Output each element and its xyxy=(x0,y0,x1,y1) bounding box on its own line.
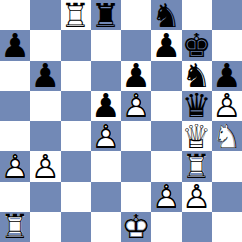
square-d3[interactable] xyxy=(91,151,121,181)
square-a3[interactable]: ♟♙ xyxy=(0,151,30,181)
chess-board: ♜♖♜♞♟♟♚♟♟♞♟♟♟♙♛♟♙♟♙♛♕♞♘♟♙♟♙♜♖♟♙♟♙♜♖♚♔ xyxy=(0,0,242,242)
square-a2[interactable] xyxy=(0,182,30,212)
white-pawn[interactable]: ♙ xyxy=(91,121,121,151)
square-c7[interactable] xyxy=(61,30,91,60)
square-g6[interactable]: ♞ xyxy=(182,61,212,91)
white-pawn[interactable]: ♙ xyxy=(212,91,242,121)
square-g1[interactable] xyxy=(182,212,212,242)
white-rook[interactable]: ♖ xyxy=(61,0,91,30)
black-pawn[interactable]: ♟ xyxy=(121,61,151,91)
square-g7[interactable]: ♚ xyxy=(182,30,212,60)
square-a8[interactable] xyxy=(0,0,30,30)
white-queen[interactable]: ♕ xyxy=(182,121,212,151)
square-f4[interactable] xyxy=(151,121,181,151)
white-knight-fill: ♞ xyxy=(212,121,242,151)
square-d4[interactable]: ♟♙ xyxy=(91,121,121,151)
square-h2[interactable] xyxy=(212,182,242,212)
square-b8[interactable] xyxy=(30,0,60,30)
square-c2[interactable] xyxy=(61,182,91,212)
square-d6[interactable] xyxy=(91,61,121,91)
black-pawn[interactable]: ♟ xyxy=(91,91,121,121)
black-queen[interactable]: ♛ xyxy=(182,91,212,121)
square-a6[interactable] xyxy=(0,61,30,91)
square-c8[interactable]: ♜♖ xyxy=(61,0,91,30)
white-rook[interactable]: ♖ xyxy=(0,212,30,242)
square-a1[interactable]: ♜♖ xyxy=(0,212,30,242)
square-b7[interactable] xyxy=(30,30,60,60)
square-h3[interactable] xyxy=(212,151,242,181)
square-b5[interactable] xyxy=(30,91,60,121)
white-pawn-fill: ♟ xyxy=(0,151,30,181)
square-h6[interactable]: ♟ xyxy=(212,61,242,91)
square-f5[interactable] xyxy=(151,91,181,121)
square-h4[interactable]: ♞♘ xyxy=(212,121,242,151)
white-pawn[interactable]: ♙ xyxy=(30,151,60,181)
square-d8[interactable]: ♜ xyxy=(91,0,121,30)
white-pawn[interactable]: ♙ xyxy=(0,151,30,181)
white-rook-fill: ♜ xyxy=(0,212,30,242)
square-f8[interactable]: ♞ xyxy=(151,0,181,30)
square-a7[interactable]: ♟ xyxy=(0,30,30,60)
white-rook-fill: ♜ xyxy=(61,0,91,30)
square-b1[interactable] xyxy=(30,212,60,242)
square-b2[interactable] xyxy=(30,182,60,212)
white-knight[interactable]: ♘ xyxy=(212,121,242,151)
white-king[interactable]: ♔ xyxy=(121,212,151,242)
square-g8[interactable] xyxy=(182,0,212,30)
square-b6[interactable]: ♟ xyxy=(30,61,60,91)
square-h1[interactable] xyxy=(212,212,242,242)
square-h5[interactable]: ♟♙ xyxy=(212,91,242,121)
square-e8[interactable] xyxy=(121,0,151,30)
white-rook[interactable]: ♖ xyxy=(182,151,212,181)
white-pawn[interactable]: ♙ xyxy=(182,182,212,212)
black-knight[interactable]: ♞ xyxy=(151,0,181,30)
square-g4[interactable]: ♛♕ xyxy=(182,121,212,151)
white-rook-fill: ♜ xyxy=(182,151,212,181)
square-g5[interactable]: ♛ xyxy=(182,91,212,121)
square-g2[interactable]: ♟♙ xyxy=(182,182,212,212)
square-c1[interactable] xyxy=(61,212,91,242)
square-c4[interactable] xyxy=(61,121,91,151)
white-pawn-fill: ♟ xyxy=(121,91,151,121)
white-pawn-fill: ♟ xyxy=(91,121,121,151)
square-g3[interactable]: ♜♖ xyxy=(182,151,212,181)
square-f6[interactable] xyxy=(151,61,181,91)
square-d1[interactable] xyxy=(91,212,121,242)
white-king-fill: ♚ xyxy=(121,212,151,242)
white-pawn[interactable]: ♙ xyxy=(121,91,151,121)
white-pawn-fill: ♟ xyxy=(182,182,212,212)
square-e2[interactable] xyxy=(121,182,151,212)
square-d5[interactable]: ♟ xyxy=(91,91,121,121)
black-pawn[interactable]: ♟ xyxy=(151,30,181,60)
square-e7[interactable] xyxy=(121,30,151,60)
square-b3[interactable]: ♟♙ xyxy=(30,151,60,181)
square-a5[interactable] xyxy=(0,91,30,121)
square-h7[interactable] xyxy=(212,30,242,60)
square-c5[interactable] xyxy=(61,91,91,121)
square-e4[interactable] xyxy=(121,121,151,151)
white-queen-fill: ♛ xyxy=(182,121,212,151)
square-b4[interactable] xyxy=(30,121,60,151)
white-pawn-fill: ♟ xyxy=(30,151,60,181)
black-pawn[interactable]: ♟ xyxy=(30,61,60,91)
square-f1[interactable] xyxy=(151,212,181,242)
square-c6[interactable] xyxy=(61,61,91,91)
white-pawn-fill: ♟ xyxy=(212,91,242,121)
black-knight[interactable]: ♞ xyxy=(182,61,212,91)
square-e3[interactable] xyxy=(121,151,151,181)
square-d2[interactable] xyxy=(91,182,121,212)
white-pawn-fill: ♟ xyxy=(151,182,181,212)
square-f7[interactable]: ♟ xyxy=(151,30,181,60)
square-e5[interactable]: ♟♙ xyxy=(121,91,151,121)
black-pawn[interactable]: ♟ xyxy=(0,30,30,60)
square-e6[interactable]: ♟ xyxy=(121,61,151,91)
black-pawn[interactable]: ♟ xyxy=(212,61,242,91)
black-rook[interactable]: ♜ xyxy=(91,0,121,30)
square-h8[interactable] xyxy=(212,0,242,30)
square-f3[interactable] xyxy=(151,151,181,181)
square-a4[interactable] xyxy=(0,121,30,151)
square-e1[interactable]: ♚♔ xyxy=(121,212,151,242)
white-pawn[interactable]: ♙ xyxy=(151,182,181,212)
square-d7[interactable] xyxy=(91,30,121,60)
square-f2[interactable]: ♟♙ xyxy=(151,182,181,212)
black-king[interactable]: ♚ xyxy=(182,30,212,60)
square-c3[interactable] xyxy=(61,151,91,181)
